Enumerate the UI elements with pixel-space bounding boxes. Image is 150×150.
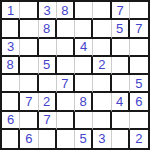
given-digit: 3 bbox=[98, 132, 105, 145]
cell-r8c8[interactable]: 2 bbox=[130, 130, 148, 148]
given-digit: 7 bbox=[44, 113, 51, 126]
cell-r3c1[interactable]: 3 bbox=[2, 39, 20, 57]
cell-r6c3[interactable]: 2 bbox=[39, 93, 57, 111]
cell-r6c5[interactable]: 8 bbox=[75, 93, 93, 111]
given-digit: 7 bbox=[135, 22, 142, 35]
cell-r4c1[interactable]: 8 bbox=[2, 57, 20, 75]
cell-r3c3[interactable] bbox=[39, 39, 57, 57]
cell-r6c4[interactable] bbox=[57, 93, 75, 111]
cell-r6c7[interactable]: 4 bbox=[112, 93, 130, 111]
given-digit: 8 bbox=[7, 58, 14, 71]
cell-r1c4[interactable]: 8 bbox=[57, 2, 75, 20]
cell-r6c2[interactable]: 7 bbox=[20, 93, 38, 111]
cell-r2c2[interactable] bbox=[20, 20, 38, 38]
cell-r3c8[interactable] bbox=[130, 39, 148, 57]
cell-r1c6[interactable] bbox=[93, 2, 111, 20]
cell-r6c8[interactable]: 6 bbox=[130, 93, 148, 111]
cell-r2c4[interactable] bbox=[57, 20, 75, 38]
cell-r5c1[interactable] bbox=[2, 75, 20, 93]
cell-r2c5[interactable] bbox=[75, 20, 93, 38]
cell-r4c3[interactable]: 5 bbox=[39, 57, 57, 75]
cell-r1c1[interactable]: 1 bbox=[2, 2, 20, 20]
given-digit: 3 bbox=[7, 40, 14, 53]
cell-r5c3[interactable] bbox=[39, 75, 57, 93]
given-digit: 7 bbox=[61, 77, 68, 90]
cell-r7c6[interactable] bbox=[93, 112, 111, 130]
given-digit: 6 bbox=[135, 95, 142, 108]
cell-r7c7[interactable] bbox=[112, 112, 130, 130]
cell-r1c5[interactable] bbox=[75, 2, 93, 20]
sudoku-board: 1387857348527572846676532 bbox=[0, 0, 150, 150]
cell-r7c5[interactable] bbox=[75, 112, 93, 130]
cell-r6c6[interactable] bbox=[93, 93, 111, 111]
given-digit: 1 bbox=[7, 4, 14, 17]
cell-r3c6[interactable] bbox=[93, 39, 111, 57]
cell-r8c3[interactable] bbox=[39, 130, 57, 148]
cell-r3c4[interactable] bbox=[57, 39, 75, 57]
given-digit: 4 bbox=[116, 95, 123, 108]
cell-r2c6[interactable] bbox=[93, 20, 111, 38]
cell-r2c7[interactable]: 5 bbox=[112, 20, 130, 38]
given-digit: 5 bbox=[135, 77, 142, 90]
cell-r4c7[interactable] bbox=[112, 57, 130, 75]
cell-r1c7[interactable]: 7 bbox=[112, 2, 130, 20]
cell-r8c5[interactable]: 5 bbox=[75, 130, 93, 148]
cell-r4c5[interactable] bbox=[75, 57, 93, 75]
cell-r1c2[interactable] bbox=[20, 2, 38, 20]
cell-r3c2[interactable] bbox=[20, 39, 38, 57]
cell-r5c8[interactable]: 5 bbox=[130, 75, 148, 93]
cell-r4c4[interactable] bbox=[57, 57, 75, 75]
cell-r4c6[interactable]: 2 bbox=[93, 57, 111, 75]
cell-r7c2[interactable] bbox=[20, 112, 38, 130]
cell-r5c4[interactable]: 7 bbox=[57, 75, 75, 93]
given-digit: 2 bbox=[43, 95, 50, 108]
cell-r5c5[interactable] bbox=[75, 75, 93, 93]
given-digit: 8 bbox=[61, 4, 68, 17]
cell-r4c8[interactable] bbox=[130, 57, 148, 75]
cell-r7c3[interactable]: 7 bbox=[39, 112, 57, 130]
given-digit: 5 bbox=[80, 132, 87, 145]
cell-r2c3[interactable]: 8 bbox=[39, 20, 57, 38]
given-digit: 5 bbox=[43, 58, 50, 71]
given-digit: 6 bbox=[7, 113, 14, 126]
cell-r3c7[interactable] bbox=[112, 39, 130, 57]
cell-r7c4[interactable] bbox=[57, 112, 75, 130]
cell-r7c1[interactable]: 6 bbox=[2, 112, 20, 130]
given-digit: 5 bbox=[116, 22, 123, 35]
given-digit: 7 bbox=[25, 95, 32, 108]
given-digit: 2 bbox=[135, 132, 142, 145]
cell-r7c8[interactable] bbox=[130, 112, 148, 130]
cell-r2c1[interactable] bbox=[2, 20, 20, 38]
cell-r1c3[interactable]: 3 bbox=[39, 2, 57, 20]
cell-r2c8[interactable]: 7 bbox=[130, 20, 148, 38]
cell-r5c6[interactable] bbox=[93, 75, 111, 93]
cell-r8c2[interactable]: 6 bbox=[20, 130, 38, 148]
given-digit: 8 bbox=[80, 95, 87, 108]
given-digit: 7 bbox=[117, 4, 124, 17]
cell-r8c4[interactable] bbox=[57, 130, 75, 148]
cell-r8c6[interactable]: 3 bbox=[93, 130, 111, 148]
cell-r8c7[interactable] bbox=[112, 130, 130, 148]
cell-r6c1[interactable] bbox=[2, 93, 20, 111]
cell-r5c2[interactable] bbox=[20, 75, 38, 93]
cell-r8c1[interactable] bbox=[2, 130, 20, 148]
given-digit: 8 bbox=[43, 22, 50, 35]
given-digit: 4 bbox=[80, 40, 87, 53]
cell-r5c7[interactable] bbox=[112, 75, 130, 93]
cell-r1c8[interactable] bbox=[130, 2, 148, 20]
cell-r3c5[interactable]: 4 bbox=[75, 39, 93, 57]
cell-r4c2[interactable] bbox=[20, 57, 38, 75]
given-digit: 6 bbox=[25, 132, 32, 145]
given-digit: 2 bbox=[98, 58, 105, 71]
given-digit: 3 bbox=[44, 4, 51, 17]
